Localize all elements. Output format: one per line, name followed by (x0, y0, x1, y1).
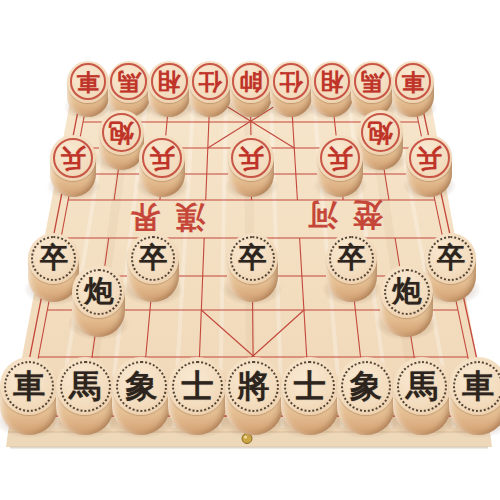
piece-character: 相 (148, 61, 190, 103)
red-soldier[interactable]: 兵 (50, 135, 96, 197)
piece-character: 馬 (56, 357, 114, 415)
piece-character: 車 (67, 61, 109, 103)
red-soldier[interactable]: 兵 (139, 135, 185, 197)
piece-face: 炮 (380, 265, 433, 318)
piece-face: 炮 (358, 110, 403, 155)
red-chariot[interactable]: 車 (67, 61, 109, 117)
piece-face: 兵 (406, 135, 452, 181)
piece-face: 車 (392, 61, 434, 103)
piece-character: 士 (168, 357, 226, 415)
piece-character: 相 (311, 61, 353, 103)
piece-character: 卒 (127, 233, 178, 284)
piece-character: 仕 (270, 61, 312, 103)
piece-character: 兵 (228, 135, 274, 181)
red-advisor[interactable]: 仕 (270, 61, 312, 117)
piece-face: 車 (67, 61, 109, 103)
red-soldier[interactable]: 兵 (228, 135, 274, 197)
piece-character: 象 (112, 357, 170, 415)
piece-face: 炮 (72, 265, 125, 318)
black-chariot[interactable]: 車 (449, 357, 500, 435)
black-chariot[interactable]: 車 (0, 357, 58, 435)
red-soldier[interactable]: 兵 (317, 135, 363, 197)
piece-character: 炮 (72, 265, 125, 318)
river-label-hanjie: 漢界 (115, 196, 205, 237)
piece-character: 炮 (99, 110, 144, 155)
piece-character: 馬 (393, 357, 451, 415)
piece-character: 仕 (189, 61, 231, 103)
piece-character: 卒 (227, 233, 278, 284)
piece-character: 炮 (380, 265, 433, 318)
piece-face: 象 (112, 357, 170, 415)
black-horse[interactable]: 馬 (56, 357, 114, 435)
black-soldier[interactable]: 卒 (326, 233, 377, 302)
piece-face: 卒 (127, 233, 178, 284)
piece-character: 兵 (317, 135, 363, 181)
piece-face: 相 (148, 61, 190, 103)
piece-face: 兵 (228, 135, 274, 181)
piece-face: 象 (337, 357, 395, 415)
piece-character: 車 (449, 357, 500, 415)
piece-character: 將 (225, 357, 283, 415)
piece-character: 卒 (326, 233, 377, 284)
piece-face: 馬 (393, 357, 451, 415)
red-elephant[interactable]: 相 (311, 61, 353, 117)
black-advisor[interactable]: 士 (281, 357, 339, 435)
piece-face: 車 (0, 357, 58, 415)
piece-face: 仕 (189, 61, 231, 103)
red-horse[interactable]: 馬 (351, 61, 393, 117)
red-general[interactable]: 帥 (230, 61, 272, 117)
piece-face: 將 (225, 357, 283, 415)
red-horse[interactable]: 馬 (108, 61, 150, 117)
red-cannon[interactable]: 炮 (99, 110, 144, 170)
black-soldier[interactable]: 卒 (127, 233, 178, 302)
piece-character: 馬 (351, 61, 393, 103)
piece-face: 士 (168, 357, 226, 415)
piece-face: 馬 (351, 61, 393, 103)
piece-face: 卒 (326, 233, 377, 284)
piece-character: 帥 (230, 61, 272, 103)
black-cannon[interactable]: 炮 (380, 265, 433, 336)
piece-character: 兵 (50, 135, 96, 181)
piece-face: 卒 (227, 233, 278, 284)
black-advisor[interactable]: 士 (168, 357, 226, 435)
piece-face: 兵 (139, 135, 185, 181)
piece-face: 相 (311, 61, 353, 103)
piece-face: 馬 (56, 357, 114, 415)
red-chariot[interactable]: 車 (392, 61, 434, 117)
piece-character: 兵 (406, 135, 452, 181)
piece-character: 馬 (108, 61, 150, 103)
piece-face: 兵 (50, 135, 96, 181)
piece-character: 象 (337, 357, 395, 415)
piece-face: 馬 (108, 61, 150, 103)
red-advisor[interactable]: 仕 (189, 61, 231, 117)
pieces-layer: 車馬相仕帥仕相馬車炮炮兵兵兵兵兵卒卒卒卒卒炮炮車馬象士將士象馬車 (0, 0, 500, 500)
black-soldier[interactable]: 卒 (227, 233, 278, 302)
piece-face: 炮 (99, 110, 144, 155)
piece-character: 車 (392, 61, 434, 103)
piece-character: 兵 (139, 135, 185, 181)
piece-character: 士 (281, 357, 339, 415)
black-cannon[interactable]: 炮 (72, 265, 125, 336)
piece-face: 兵 (317, 135, 363, 181)
black-horse[interactable]: 馬 (393, 357, 451, 435)
piece-character: 車 (0, 357, 58, 415)
red-elephant[interactable]: 相 (148, 61, 190, 117)
piece-face: 士 (281, 357, 339, 415)
red-soldier[interactable]: 兵 (406, 135, 452, 197)
piece-face: 仕 (270, 61, 312, 103)
piece-character: 炮 (358, 110, 403, 155)
piece-face: 車 (449, 357, 500, 415)
black-elephant[interactable]: 象 (112, 357, 170, 435)
black-general[interactable]: 將 (225, 357, 283, 435)
red-cannon[interactable]: 炮 (358, 110, 403, 170)
piece-face: 帥 (230, 61, 272, 103)
black-elephant[interactable]: 象 (337, 357, 395, 435)
product-photo-stage: 車馬相仕帥仕相馬車炮炮兵兵兵兵兵卒卒卒卒卒炮炮車馬象士將士象馬車 漢界 楚河 (0, 0, 500, 500)
